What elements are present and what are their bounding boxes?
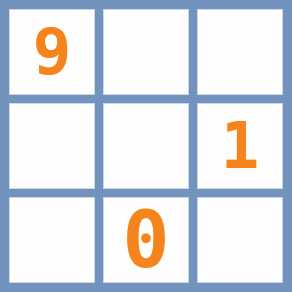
cell-r0c1[interactable]: [104, 10, 188, 94]
cell-r0c0[interactable]: 9: [10, 10, 94, 94]
cell-r1c2[interactable]: 1: [198, 104, 282, 188]
cell-r2c1[interactable]: 0: [104, 198, 188, 282]
cell-r1c1[interactable]: [104, 104, 188, 188]
cell-r2c0[interactable]: [10, 198, 94, 282]
cell-r2c2[interactable]: [198, 198, 282, 282]
cell-r0c2[interactable]: [198, 10, 282, 94]
puzzle-board: 9 1 0: [0, 0, 292, 292]
cell-r1c0[interactable]: [10, 104, 94, 188]
